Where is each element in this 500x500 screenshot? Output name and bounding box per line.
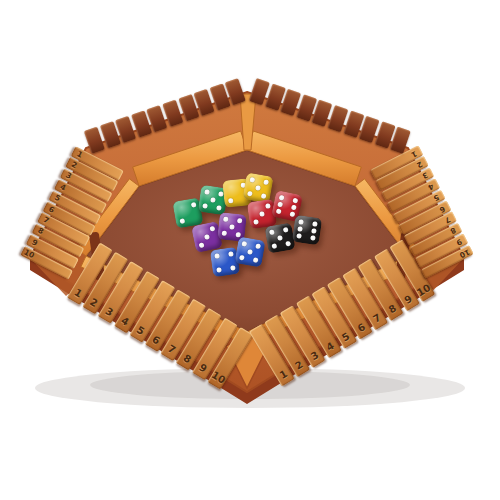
die-black-9[interactable]: [264, 222, 295, 253]
die-pip: [269, 229, 275, 235]
die-pip: [239, 255, 245, 261]
tile-number: 2: [71, 161, 79, 170]
die-pip: [261, 193, 267, 199]
die-pip: [276, 208, 282, 214]
tile-number: 6: [150, 334, 161, 346]
tile-number: 4: [325, 341, 336, 353]
die-pip: [255, 243, 261, 249]
tile-number: 8: [449, 226, 457, 235]
tile-number: 1: [410, 149, 418, 158]
tile-number: 2: [88, 297, 99, 309]
die-pip: [311, 228, 317, 234]
tile-number: 3: [309, 350, 320, 362]
die-pip: [214, 253, 220, 259]
die-pip: [292, 198, 298, 204]
die-pip: [265, 203, 271, 209]
tile-number: 9: [455, 237, 463, 246]
die-pip: [271, 243, 277, 249]
die-pip: [277, 235, 283, 241]
die-blue-12[interactable]: [234, 236, 265, 267]
tile-number: 9: [197, 362, 208, 374]
tile-number: 5: [432, 193, 440, 202]
die-pip: [279, 195, 285, 201]
tile-number: 7: [372, 313, 383, 325]
tile-number: 7: [42, 216, 50, 225]
tile-number: 3: [421, 171, 429, 180]
tile-number: 4: [427, 182, 435, 191]
die-pip: [283, 227, 289, 233]
die-pip: [199, 242, 205, 248]
die-pip: [291, 204, 297, 210]
die-pip: [247, 249, 253, 255]
die-pip: [204, 234, 210, 240]
tile-number: 1: [278, 369, 289, 381]
tile-number: 4: [119, 316, 130, 328]
tile-number: 10: [23, 248, 36, 259]
die-pip: [255, 185, 261, 191]
die-pip: [249, 177, 255, 183]
tile-number: 8: [387, 303, 398, 315]
tile-number: 9: [31, 238, 39, 247]
die-pip: [297, 226, 303, 232]
die-pip: [263, 179, 269, 185]
die-pip: [253, 219, 259, 225]
die-pip: [230, 265, 236, 271]
tile-number: 10: [415, 283, 432, 299]
die-pip: [277, 202, 283, 208]
die-pip: [237, 218, 242, 223]
die-pip: [253, 257, 259, 263]
tile-number: 5: [340, 331, 351, 343]
tile-number: 2: [415, 160, 423, 169]
tile-number: 7: [166, 344, 177, 356]
tile-number: 7: [444, 215, 452, 224]
die-pip: [216, 267, 222, 273]
die-pip: [228, 251, 234, 257]
die-pip: [259, 211, 265, 217]
tile-number: 1: [76, 150, 84, 159]
tile-number: 6: [438, 204, 446, 213]
die-pip: [223, 217, 228, 222]
tile-number: 8: [182, 353, 193, 365]
die-pip: [229, 224, 234, 229]
tile-number: 2: [294, 359, 305, 371]
shut-the-box-board-photo: 1234567891012345678910123456789101234567…: [0, 0, 500, 500]
tile-number: 3: [65, 172, 73, 181]
die-black-10[interactable]: [292, 215, 322, 245]
die-pip: [235, 232, 240, 237]
die-pip: [202, 203, 208, 209]
die-pip: [191, 202, 197, 208]
die-pip: [298, 219, 304, 225]
die-pip: [247, 191, 253, 197]
die-pip: [210, 197, 216, 203]
die-pip: [241, 241, 247, 247]
tile-number: 6: [356, 322, 367, 334]
tile-number: 5: [54, 194, 62, 203]
die-pip: [209, 226, 215, 232]
die-pip: [222, 230, 227, 235]
die-pip: [228, 198, 233, 203]
die-pip: [179, 218, 185, 224]
die-pip: [285, 241, 291, 247]
tile-number: 3: [104, 306, 115, 318]
die-pip: [216, 205, 222, 211]
tile-number: 9: [403, 294, 414, 306]
tile-number: 6: [48, 205, 56, 214]
die-pip: [204, 189, 210, 195]
tile-number: 1: [72, 287, 83, 299]
die-pip: [312, 221, 318, 227]
tile-number: 8: [37, 227, 45, 236]
die-pip: [289, 211, 295, 217]
die-pip: [310, 235, 316, 241]
tile-number: 5: [135, 325, 146, 337]
die-pip: [296, 233, 302, 239]
tile-number: 4: [59, 183, 67, 192]
